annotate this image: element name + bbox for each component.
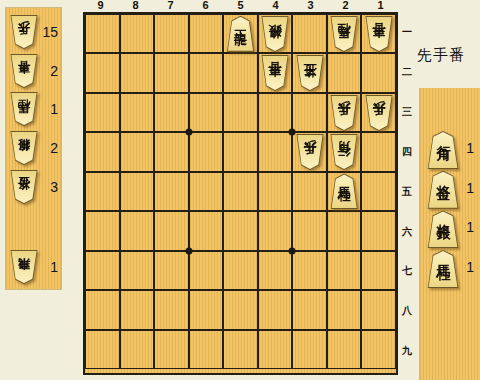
hand-piece-knight[interactable]: 桂馬 xyxy=(9,92,39,126)
board-cell[interactable] xyxy=(258,132,293,171)
board-cell[interactable] xyxy=(223,93,258,132)
board-cell[interactable] xyxy=(189,132,224,171)
rank-label: 八 xyxy=(400,305,414,317)
piece-kanji: 銀将 xyxy=(269,17,282,51)
board-piece-lance-42[interactable]: 香車 xyxy=(260,55,290,91)
board-cell[interactable] xyxy=(120,290,155,329)
board-cell[interactable] xyxy=(223,330,258,369)
board-cell[interactable] xyxy=(154,93,189,132)
gote-hand-item-knight: 桂馬1 xyxy=(6,90,61,128)
piece-kanji: 香車 xyxy=(372,17,385,51)
hand-piece-knight[interactable]: 桂馬 xyxy=(426,250,460,288)
board-cell[interactable] xyxy=(85,330,120,369)
piece-kanji: 龍王 xyxy=(234,17,247,51)
hand-piece-count: 2 xyxy=(50,63,58,79)
file-label: 7 xyxy=(153,0,188,11)
gote-hand-item-rook: 飛車1 xyxy=(6,248,61,286)
piece-kanji: 王将 xyxy=(303,56,316,90)
board-piece-silver-41[interactable]: 銀将 xyxy=(260,16,290,52)
hand-piece-gold[interactable]: 金将 xyxy=(426,171,460,209)
board-cell[interactable] xyxy=(223,290,258,329)
board-piece-promoted-rook-51[interactable]: 龍王 xyxy=(225,16,255,52)
gote-hand-item-pawn: 歩兵15 xyxy=(6,13,61,51)
board-piece-pawn-23[interactable]: 歩兵 xyxy=(329,95,359,131)
hand-piece-count: 1 xyxy=(466,180,474,196)
board-cell[interactable] xyxy=(154,330,189,369)
board-cell[interactable] xyxy=(292,330,327,369)
board-cell[interactable] xyxy=(361,53,396,92)
piece-kanji: 飛車 xyxy=(18,251,30,283)
board-cell[interactable] xyxy=(327,330,362,369)
board-cell[interactable] xyxy=(154,290,189,329)
board-cell[interactable] xyxy=(223,53,258,92)
board-cell[interactable] xyxy=(189,53,224,92)
board-cell[interactable] xyxy=(327,211,362,250)
hand-piece-count: 2 xyxy=(50,140,58,156)
hand-piece-count: 3 xyxy=(50,179,58,195)
hand-piece-count: 15 xyxy=(42,24,58,40)
sente-hand-tray: 角行1金将1銀将1桂馬1 xyxy=(419,88,480,380)
shogi-app: { "game": "shogi", "position": "4+Rs1nl/… xyxy=(0,0,480,380)
piece-kanji: 桂馬 xyxy=(338,174,351,208)
hand-piece-lance[interactable]: 香車 xyxy=(9,54,39,88)
file-label: 4 xyxy=(258,0,293,11)
board-cell[interactable] xyxy=(120,93,155,132)
board-cell[interactable] xyxy=(120,211,155,250)
rank-label: 六 xyxy=(400,226,414,238)
sente-hand-item-gold: 金将1 xyxy=(420,169,480,207)
board-cell[interactable] xyxy=(258,172,293,211)
hoshi-dot xyxy=(289,129,296,136)
piece-kanji: 歩兵 xyxy=(303,135,316,169)
board-cell[interactable] xyxy=(327,290,362,329)
piece-kanji: 桂馬 xyxy=(338,17,351,51)
file-label: 1 xyxy=(363,0,398,11)
board-piece-knight-25[interactable]: 桂馬 xyxy=(329,173,359,209)
rank-label: 九 xyxy=(400,345,414,357)
piece-kanji: 香車 xyxy=(269,56,282,90)
hand-piece-count: 1 xyxy=(50,101,58,117)
board-cell[interactable] xyxy=(85,53,120,92)
board-cell[interactable] xyxy=(327,53,362,92)
board-cell[interactable] xyxy=(154,14,189,53)
piece-kanji: 銀将 xyxy=(18,132,30,164)
board-cell[interactable] xyxy=(154,53,189,92)
board-cell[interactable] xyxy=(258,251,293,290)
file-label: 8 xyxy=(118,0,153,11)
hand-piece-count: 1 xyxy=(466,259,474,275)
gote-hand-item-lance: 香車2 xyxy=(6,52,61,90)
piece-kanji: 角行 xyxy=(436,132,450,168)
piece-kanji: 歩兵 xyxy=(338,96,351,130)
board-cell[interactable] xyxy=(154,211,189,250)
piece-kanji: 桂馬 xyxy=(436,251,450,287)
board-cell[interactable] xyxy=(85,14,120,53)
board-cell[interactable] xyxy=(292,93,327,132)
board-piece-king-32[interactable]: 王将 xyxy=(295,55,325,91)
piece-kanji: 香車 xyxy=(18,55,30,87)
board-piece-bishop-24[interactable]: 角行 xyxy=(329,134,359,170)
board-cell[interactable] xyxy=(258,211,293,250)
rank-label: 五 xyxy=(400,186,414,198)
board-cell[interactable] xyxy=(361,172,396,211)
board-cell[interactable] xyxy=(361,251,396,290)
board-cell[interactable] xyxy=(120,172,155,211)
sente-hand-item-silver: 銀将1 xyxy=(420,208,480,246)
board-cell[interactable] xyxy=(189,93,224,132)
board-cell[interactable] xyxy=(223,172,258,211)
board-piece-pawn-34[interactable]: 歩兵 xyxy=(295,134,325,170)
board-cell[interactable] xyxy=(327,251,362,290)
hand-piece-count: 1 xyxy=(50,259,58,275)
board-cell[interactable] xyxy=(361,330,396,369)
board-cell[interactable] xyxy=(85,251,120,290)
piece-kanji: 角行 xyxy=(338,135,351,169)
rank-label: 七 xyxy=(400,265,414,277)
hand-piece-silver[interactable]: 銀将 xyxy=(426,210,460,248)
hand-piece-gold[interactable]: 金将 xyxy=(9,170,39,204)
file-label: 5 xyxy=(223,0,258,11)
board-cell[interactable] xyxy=(189,172,224,211)
turn-indicator: 先手番 xyxy=(417,46,477,65)
hand-piece-count: 1 xyxy=(466,219,474,235)
board-cell[interactable] xyxy=(292,172,327,211)
board-cell[interactable] xyxy=(120,330,155,369)
board-cell[interactable] xyxy=(258,93,293,132)
board-cell[interactable] xyxy=(223,251,258,290)
sente-hand-item-knight: 桂馬1 xyxy=(420,248,480,286)
board-cell[interactable] xyxy=(85,290,120,329)
rank-label: 三 xyxy=(400,106,414,118)
board-cell[interactable] xyxy=(361,290,396,329)
board-cell[interactable] xyxy=(292,251,327,290)
piece-kanji: 銀将 xyxy=(436,211,450,247)
board-cell[interactable] xyxy=(258,290,293,329)
board-cell[interactable] xyxy=(120,132,155,171)
board-cell[interactable] xyxy=(154,251,189,290)
file-label: 3 xyxy=(293,0,328,11)
rank-label: 一 xyxy=(400,26,414,38)
hoshi-dot xyxy=(289,247,296,254)
gote-hand-item-silver: 銀将2 xyxy=(6,129,61,167)
board-cell[interactable] xyxy=(154,172,189,211)
board-cell[interactable] xyxy=(120,53,155,92)
piece-kanji: 歩兵 xyxy=(18,16,30,48)
rank-label: 二 xyxy=(400,66,414,78)
hand-piece-silver[interactable]: 銀将 xyxy=(9,131,39,165)
file-label: 2 xyxy=(328,0,363,11)
hoshi-dot xyxy=(185,129,192,136)
board-cell[interactable] xyxy=(361,211,396,250)
file-label: 6 xyxy=(188,0,223,11)
sente-hand-item-bishop: 角行1 xyxy=(420,129,480,167)
piece-kanji: 桂馬 xyxy=(18,93,30,125)
board-cell[interactable] xyxy=(120,251,155,290)
board-cell[interactable] xyxy=(189,330,224,369)
board-piece-pawn-13[interactable]: 歩兵 xyxy=(364,95,394,131)
piece-kanji: 金将 xyxy=(436,172,450,208)
piece-kanji: 歩兵 xyxy=(372,96,385,130)
board-cell[interactable] xyxy=(85,132,120,171)
file-label: 9 xyxy=(83,0,118,11)
board-piece-knight-21[interactable]: 桂馬 xyxy=(329,16,359,52)
shogi-board-grid: 龍王銀将桂馬香車香車王将歩兵歩兵歩兵角行桂馬 xyxy=(85,14,396,369)
board-cell[interactable] xyxy=(189,211,224,250)
board-cell[interactable] xyxy=(189,290,224,329)
board-cell[interactable] xyxy=(85,211,120,250)
board-cell[interactable] xyxy=(292,14,327,53)
hand-piece-pawn[interactable]: 歩兵 xyxy=(9,15,39,49)
gote-hand-item-gold: 金将3 xyxy=(6,168,61,206)
board-cell[interactable] xyxy=(85,172,120,211)
board-cell[interactable] xyxy=(258,330,293,369)
board-cell[interactable] xyxy=(292,290,327,329)
hand-piece-rook[interactable]: 飛車 xyxy=(9,250,39,284)
board-cell[interactable] xyxy=(361,132,396,171)
shogi-board: 龍王銀将桂馬香車香車王将歩兵歩兵歩兵角行桂馬 xyxy=(83,12,398,375)
board-cell[interactable] xyxy=(189,14,224,53)
board-cell[interactable] xyxy=(154,132,189,171)
hand-piece-bishop[interactable]: 角行 xyxy=(426,131,460,169)
rank-label: 四 xyxy=(400,146,414,158)
gote-hand-tray: 歩兵15香車2桂馬1銀将2金将3飛車1 xyxy=(5,7,62,290)
hand-piece-count: 1 xyxy=(466,140,474,156)
board-cell[interactable] xyxy=(223,132,258,171)
board-cell[interactable] xyxy=(223,211,258,250)
piece-kanji: 金将 xyxy=(18,171,30,203)
board-cell[interactable] xyxy=(120,14,155,53)
board-cell[interactable] xyxy=(189,251,224,290)
hoshi-dot xyxy=(185,247,192,254)
board-cell[interactable] xyxy=(85,93,120,132)
board-piece-lance-11[interactable]: 香車 xyxy=(364,16,394,52)
board-cell[interactable] xyxy=(292,211,327,250)
